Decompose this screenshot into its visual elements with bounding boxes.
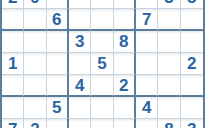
cell-r4c3[interactable] (47, 31, 69, 53)
cell-r2c4[interactable] (69, 0, 91, 9)
cell-r5c9[interactable]: 2 (181, 53, 203, 75)
cell-r2c3[interactable] (47, 0, 69, 9)
cell-r8c7[interactable] (136, 119, 158, 128)
cell-r8c8[interactable]: 8 (158, 119, 180, 128)
cell-r5c2[interactable] (24, 53, 46, 75)
cell-r3c9[interactable] (181, 9, 203, 31)
cell-r4c2[interactable] (24, 31, 46, 53)
sudoku-board-viewport: 2935673815242547283 (0, 0, 205, 128)
cell-r6c6[interactable]: 2 (114, 75, 136, 97)
cell-r2c7[interactable] (136, 0, 158, 9)
cell-r6c3[interactable] (47, 75, 69, 97)
cell-r3c4[interactable] (69, 9, 91, 31)
cell-r3c5[interactable] (91, 9, 113, 31)
cell-r4c4[interactable]: 3 (69, 31, 91, 53)
cell-r7c1[interactable] (2, 97, 24, 119)
cell-r5c1[interactable]: 1 (2, 53, 24, 75)
cell-r8c9[interactable]: 3 (181, 119, 203, 128)
cell-r7c2[interactable] (24, 97, 46, 119)
cell-r8c6[interactable] (114, 119, 136, 128)
cell-r2c5[interactable] (91, 0, 113, 9)
cell-r8c1[interactable]: 7 (2, 119, 24, 128)
cell-r4c6[interactable]: 8 (114, 31, 136, 53)
cell-r7c4[interactable] (69, 97, 91, 119)
cell-r3c8[interactable] (158, 9, 180, 31)
cell-r2c1[interactable]: 2 (2, 0, 24, 9)
cell-r4c8[interactable] (158, 31, 180, 53)
cell-r8c4[interactable] (69, 119, 91, 128)
cell-r4c1[interactable] (2, 31, 24, 53)
cell-r4c9[interactable] (181, 31, 203, 53)
cell-r5c8[interactable] (158, 53, 180, 75)
sudoku-grid: 2935673815242547283 (0, 0, 205, 128)
cell-r3c1[interactable] (2, 9, 24, 31)
cell-r6c8[interactable] (158, 75, 180, 97)
cell-r4c7[interactable] (136, 31, 158, 53)
cell-r4c5[interactable] (91, 31, 113, 53)
cell-r6c9[interactable] (181, 75, 203, 97)
cell-r7c9[interactable] (181, 97, 203, 119)
cell-r3c6[interactable] (114, 9, 136, 31)
cell-r2c9[interactable]: 5 (181, 0, 203, 9)
cell-r5c4[interactable] (69, 53, 91, 75)
cell-r2c8[interactable]: 3 (158, 0, 180, 9)
cell-r8c5[interactable] (91, 119, 113, 128)
cell-r8c3[interactable] (47, 119, 69, 128)
cell-r5c5[interactable]: 5 (91, 53, 113, 75)
cell-r5c6[interactable] (114, 53, 136, 75)
cell-r5c3[interactable] (47, 53, 69, 75)
cell-r7c6[interactable] (114, 97, 136, 119)
cell-r3c7[interactable]: 7 (136, 9, 158, 31)
cell-r3c3[interactable]: 6 (47, 9, 69, 31)
cell-r6c5[interactable] (91, 75, 113, 97)
cell-r8c2[interactable]: 2 (24, 119, 46, 128)
cell-r6c2[interactable] (24, 75, 46, 97)
cell-r6c1[interactable] (2, 75, 24, 97)
cell-r7c8[interactable] (158, 97, 180, 119)
cell-r5c7[interactable] (136, 53, 158, 75)
cell-r6c7[interactable] (136, 75, 158, 97)
cell-r2c6[interactable] (114, 0, 136, 9)
cell-r7c7[interactable]: 4 (136, 97, 158, 119)
cell-r2c2[interactable]: 9 (24, 0, 46, 9)
cell-r6c4[interactable]: 4 (69, 75, 91, 97)
cell-r3c2[interactable] (24, 9, 46, 31)
cell-r7c5[interactable] (91, 97, 113, 119)
cell-r7c3[interactable]: 5 (47, 97, 69, 119)
